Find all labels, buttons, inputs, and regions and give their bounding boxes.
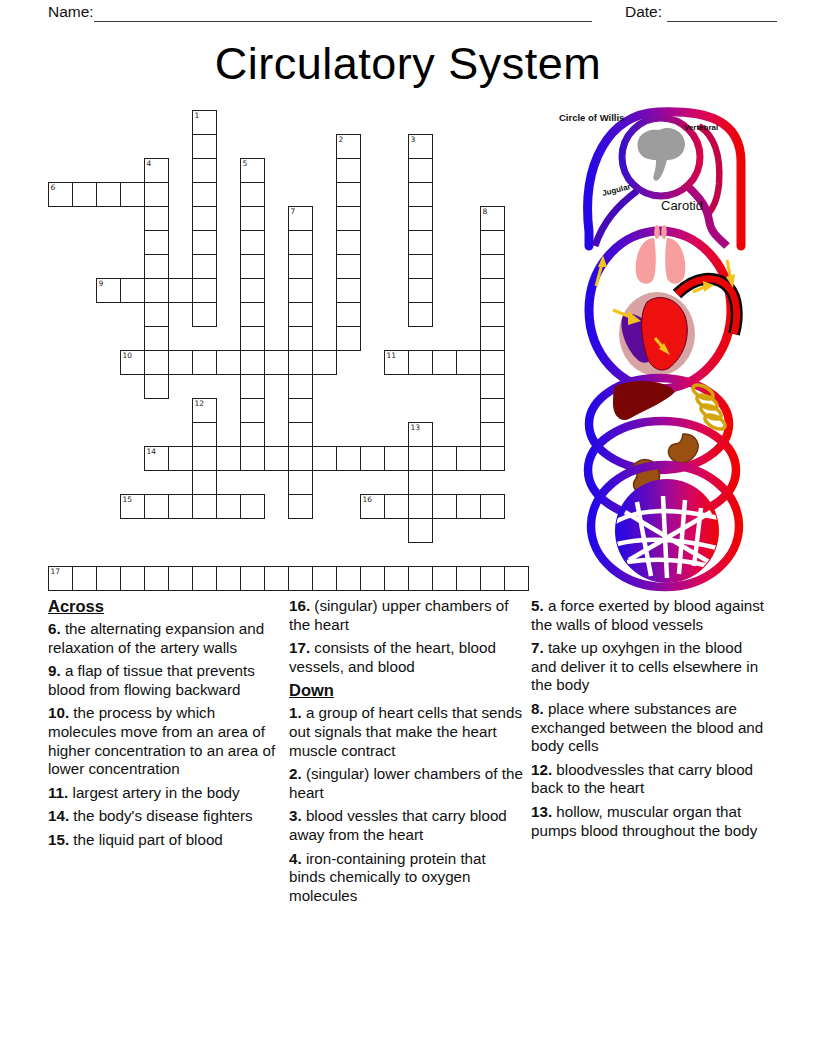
crossword-cell[interactable]: [144, 374, 169, 399]
across-heading: Across: [48, 597, 283, 616]
crossword-cell[interactable]: [240, 398, 265, 423]
crossword-cell[interactable]: [144, 566, 169, 591]
crossword-cell[interactable]: [408, 470, 433, 495]
crossword-cell[interactable]: [456, 446, 481, 471]
clue-number: 7: [291, 207, 296, 216]
date-blank-line[interactable]: [667, 2, 777, 22]
crossword-cell[interactable]: [384, 446, 409, 471]
crossword-cell[interactable]: [240, 278, 265, 303]
down-heading: Down: [289, 681, 524, 700]
crossword-cell[interactable]: [408, 518, 433, 543]
crossword-cell[interactable]: [144, 254, 169, 279]
across-clue-15: 15. the liquid part of blood: [48, 831, 283, 850]
capillaries-illustration: [615, 479, 719, 583]
crossword-cell[interactable]: [144, 302, 169, 327]
crossword-cell[interactable]: 7: [288, 206, 313, 231]
crossword-cell[interactable]: 16: [360, 494, 385, 519]
crossword-cell[interactable]: [408, 158, 433, 183]
name-blank-line[interactable]: [94, 2, 592, 22]
crossword-cell[interactable]: [240, 494, 265, 519]
crossword-cell[interactable]: [504, 566, 529, 591]
crossword-cell[interactable]: [432, 446, 457, 471]
crossword-cell[interactable]: [480, 566, 505, 591]
clue-number: 1: [195, 111, 200, 120]
crossword-cell[interactable]: [336, 230, 361, 255]
crossword-cell[interactable]: [480, 446, 505, 471]
crossword-cell[interactable]: [192, 278, 217, 303]
crossword-cell[interactable]: [384, 494, 409, 519]
clue-number: 3: [411, 135, 416, 144]
crossword-cell[interactable]: [192, 158, 217, 183]
crossword-cell[interactable]: [408, 206, 433, 231]
crossword-cell[interactable]: [288, 398, 313, 423]
crossword-cell[interactable]: [240, 374, 265, 399]
crossword-cell[interactable]: 6: [48, 182, 73, 207]
crossword-cell[interactable]: [216, 446, 241, 471]
crossword-cell[interactable]: [480, 326, 505, 351]
crossword-cell[interactable]: [480, 374, 505, 399]
crossword-cell[interactable]: [360, 446, 385, 471]
crossword-cell[interactable]: [144, 326, 169, 351]
crossword-cell[interactable]: [288, 278, 313, 303]
down-clue-7: 7. take up oxyhgen in the blood and deli…: [531, 639, 766, 695]
across-clue-17: 17. consists of the heart, blood vessels…: [289, 639, 524, 676]
crossword-cell[interactable]: [288, 302, 313, 327]
crossword-cell[interactable]: [408, 278, 433, 303]
clue-number: 2: [339, 135, 344, 144]
crossword-cell[interactable]: [72, 566, 97, 591]
crossword-cell[interactable]: [72, 182, 97, 207]
name-label: Name:: [48, 3, 94, 21]
crossword-cell[interactable]: [336, 446, 361, 471]
circulatory-system-illustration: Circle of Willis Vertebral Jugular Carot…: [557, 104, 752, 596]
down-clue-3: 3. blood vessles that carry blood away f…: [289, 807, 524, 844]
down-clue-13: 13. hollow, muscular organ that pumps bl…: [531, 803, 766, 840]
crossword-cell[interactable]: [312, 566, 337, 591]
crossword-cell[interactable]: 8: [480, 206, 505, 231]
crossword-cell[interactable]: 17: [48, 566, 73, 591]
crossword-cell[interactable]: [192, 470, 217, 495]
down-clue-4: 4. iron-containing protein that binds ch…: [289, 850, 524, 906]
crossword-cell[interactable]: [192, 350, 217, 375]
clue-number: 6: [51, 183, 56, 192]
clue-number: 15: [123, 495, 133, 504]
clue-number: 12: [195, 399, 205, 408]
crossword-cell[interactable]: [336, 302, 361, 327]
crossword-cell[interactable]: [240, 326, 265, 351]
down-clue-5: 5. a force exerted by blood against the …: [531, 597, 766, 634]
crossword-cell[interactable]: [288, 422, 313, 447]
circle-of-willis-label: Circle of Willis: [559, 112, 624, 123]
crossword-cell[interactable]: [384, 566, 409, 591]
crossword-cell[interactable]: [432, 566, 457, 591]
crossword-cell[interactable]: [456, 566, 481, 591]
crossword-cell[interactable]: [144, 230, 169, 255]
crossword-cell[interactable]: [216, 350, 241, 375]
crossword-cell[interactable]: [264, 566, 289, 591]
down-clue-8: 8. place where substances are exchanged …: [531, 700, 766, 756]
crossword-cell[interactable]: [408, 350, 433, 375]
crossword-cell[interactable]: [336, 206, 361, 231]
down-clue-12: 12. bloodvessles that carry blood back t…: [531, 761, 766, 798]
crossword-cell[interactable]: [192, 494, 217, 519]
crossword-cell[interactable]: [240, 302, 265, 327]
crossword-cell[interactable]: [432, 494, 457, 519]
crossword-cell[interactable]: [144, 182, 169, 207]
crossword-cell[interactable]: [408, 182, 433, 207]
crossword-cell[interactable]: [168, 566, 193, 591]
crossword-cell[interactable]: [480, 422, 505, 447]
crossword-cell[interactable]: [168, 494, 193, 519]
clue-number: 14: [147, 447, 157, 456]
crossword-cell[interactable]: [240, 206, 265, 231]
crossword-cell[interactable]: 11: [384, 350, 409, 375]
crossword-cell[interactable]: [240, 566, 265, 591]
crossword-cell[interactable]: 1: [192, 110, 217, 135]
crossword-cell[interactable]: [336, 326, 361, 351]
crossword-cell[interactable]: [120, 182, 145, 207]
crossword-cell[interactable]: 2: [336, 134, 361, 159]
crossword-cell[interactable]: 5: [240, 158, 265, 183]
page-title: Circulatory System: [0, 38, 816, 90]
crossword-cell[interactable]: [336, 254, 361, 279]
crossword-cell[interactable]: 10: [120, 350, 145, 375]
crossword-cell[interactable]: [336, 182, 361, 207]
clue-number: 4: [147, 159, 152, 168]
clues-column-right: 5. a force exerted by blood against the …: [531, 597, 766, 845]
crossword-cell[interactable]: [456, 350, 481, 375]
crossword-cell[interactable]: [240, 350, 265, 375]
crossword-cell[interactable]: [336, 278, 361, 303]
crossword-cell[interactable]: 13: [408, 422, 433, 447]
crossword-cell[interactable]: [408, 254, 433, 279]
crossword-cell[interactable]: 3: [408, 134, 433, 159]
crossword-cell[interactable]: [288, 230, 313, 255]
crossword-cell[interactable]: [264, 446, 289, 471]
down-clue-1: 1. a group of heart cells that sends out…: [289, 704, 524, 760]
across-clue-11: 11. largest artery in the body: [48, 784, 283, 803]
crossword-cell[interactable]: [480, 254, 505, 279]
crossword-cell[interactable]: [192, 254, 217, 279]
clue-number: 10: [123, 351, 133, 360]
crossword-cell[interactable]: [408, 566, 433, 591]
crossword-cell[interactable]: [288, 350, 313, 375]
worksheet-page: Name: Date: Circulatory System 123456789…: [0, 0, 816, 1056]
crossword-cell[interactable]: [408, 494, 433, 519]
crossword-cell[interactable]: 4: [144, 158, 169, 183]
crossword-grid: 1234567891011121314151617: [48, 110, 529, 591]
crossword-cell[interactable]: [288, 566, 313, 591]
clue-number: 9: [99, 279, 104, 288]
crossword-cell[interactable]: [192, 134, 217, 159]
crossword-cell[interactable]: [288, 374, 313, 399]
crossword-cell[interactable]: [144, 350, 169, 375]
crossword-cell[interactable]: [144, 278, 169, 303]
crossword-cell[interactable]: [336, 158, 361, 183]
across-clue-6: 6. the alternating expansion and relaxat…: [48, 620, 283, 657]
vertebral-label: Vertebral: [684, 123, 718, 132]
clue-number: 13: [411, 423, 421, 432]
crossword-cell[interactable]: [192, 230, 217, 255]
crossword-cell[interactable]: [240, 230, 265, 255]
across-clue-14: 14. the body's disease fighters: [48, 807, 283, 826]
crossword-cell[interactable]: [168, 446, 193, 471]
crossword-cell[interactable]: [120, 278, 145, 303]
crossword-cell[interactable]: 12: [192, 398, 217, 423]
crossword-cell[interactable]: [192, 446, 217, 471]
crossword-cell[interactable]: [408, 446, 433, 471]
crossword-cell[interactable]: [480, 494, 505, 519]
crossword-cell[interactable]: [312, 446, 337, 471]
crossword-cell[interactable]: [144, 494, 169, 519]
crossword-cell[interactable]: 15: [120, 494, 145, 519]
crossword-cell[interactable]: [408, 230, 433, 255]
crossword-cell[interactable]: [312, 350, 337, 375]
liver-illustration: [613, 381, 675, 420]
heart-illustration: [619, 292, 695, 376]
crossword-cell[interactable]: [96, 566, 121, 591]
crossword-cell[interactable]: [192, 206, 217, 231]
crossword-cell[interactable]: [192, 422, 217, 447]
crossword-cell[interactable]: [168, 350, 193, 375]
across-clue-10: 10. the process by which molecules move …: [48, 704, 283, 778]
crossword-cell[interactable]: [336, 566, 361, 591]
crossword-cell[interactable]: [408, 302, 433, 327]
crossword-cell[interactable]: [240, 422, 265, 447]
crossword-cell[interactable]: [480, 230, 505, 255]
across-clue-16: 16. (singular) upper chambers of the hea…: [289, 597, 524, 634]
crossword-cell[interactable]: [288, 470, 313, 495]
crossword-cell[interactable]: [240, 182, 265, 207]
crossword-cell[interactable]: 14: [144, 446, 169, 471]
clue-number: 16: [363, 495, 373, 504]
carotid-label: Carotid: [661, 198, 703, 213]
date-label: Date:: [625, 3, 662, 21]
down-clue-2: 2. (singular) lower chambers of the hear…: [289, 765, 524, 802]
crossword-cell[interactable]: [192, 566, 217, 591]
clues-column-middle: 16. (singular) upper chambers of the hea…: [289, 597, 524, 910]
clues-column-left: Across6. the alternating expansion and r…: [48, 597, 283, 855]
crossword-cell[interactable]: [288, 254, 313, 279]
crossword-cell[interactable]: [288, 494, 313, 519]
crossword-cell[interactable]: [144, 206, 169, 231]
crossword-cell[interactable]: [216, 494, 241, 519]
crossword-cell[interactable]: [456, 494, 481, 519]
across-clue-9: 9. a flap of tissue that prevents blood …: [48, 662, 283, 699]
crossword-cell[interactable]: [264, 350, 289, 375]
crossword-cell[interactable]: [120, 566, 145, 591]
crossword-cell[interactable]: 9: [96, 278, 121, 303]
crossword-cell[interactable]: [288, 446, 313, 471]
clue-number: 5: [243, 159, 248, 168]
crossword-cell[interactable]: [480, 398, 505, 423]
crossword-cell[interactable]: [480, 350, 505, 375]
crossword-cell[interactable]: [288, 326, 313, 351]
clue-number: 8: [483, 207, 488, 216]
crossword-cell[interactable]: [192, 302, 217, 327]
clue-number: 11: [387, 351, 397, 360]
crossword-cell[interactable]: [192, 182, 217, 207]
crossword-cell[interactable]: [480, 302, 505, 327]
crossword-cell[interactable]: [432, 350, 457, 375]
clue-number: 17: [51, 567, 61, 576]
crossword-cell[interactable]: [360, 566, 385, 591]
crossword-cell[interactable]: [480, 278, 505, 303]
crossword-cell[interactable]: [240, 446, 265, 471]
crossword-cell[interactable]: [168, 278, 193, 303]
crossword-cell[interactable]: [240, 254, 265, 279]
crossword-cell[interactable]: [216, 566, 241, 591]
crossword-cell[interactable]: [96, 182, 121, 207]
